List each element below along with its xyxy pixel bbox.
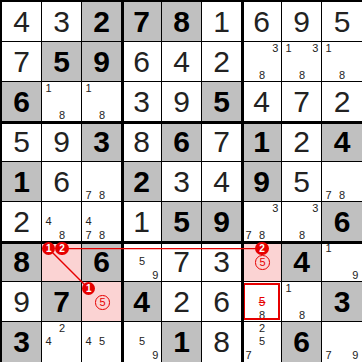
- cell-r3c8[interactable]: 7: [282, 82, 322, 122]
- cell-r1c7[interactable]: 6: [242, 2, 282, 42]
- cell-r2c4[interactable]: 6: [122, 42, 162, 82]
- given-digit: 6: [2, 82, 41, 121]
- candidate-1: 1: [282, 282, 295, 295]
- candidate-5: 5: [95, 335, 108, 348]
- solved-digit: 9: [282, 2, 321, 41]
- candidate-8: 8: [95, 189, 108, 202]
- cell-r3c6[interactable]: 5: [202, 82, 242, 122]
- solved-digit: 2: [322, 82, 362, 121]
- candidate-4: 4: [82, 335, 95, 348]
- cell-r1c6[interactable]: 1: [202, 2, 242, 42]
- candidate-7: 7: [322, 189, 335, 202]
- candidate-7: 7: [82, 189, 95, 202]
- cell-r9c2[interactable]: 24: [42, 322, 82, 362]
- solved-digit: 1: [202, 2, 241, 41]
- cell-r4c2[interactable]: 9: [42, 122, 82, 162]
- cell-r3c7[interactable]: 4: [242, 82, 282, 122]
- solved-digit: 7: [202, 122, 241, 161]
- solved-digit: 2: [202, 42, 241, 81]
- given-digit: 8: [162, 2, 201, 41]
- cell-r5c8[interactable]: 5: [282, 162, 322, 202]
- candidate-1: 1: [322, 42, 335, 55]
- solved-digit: 5: [322, 2, 362, 41]
- candidate-4: 4: [42, 215, 55, 228]
- solved-digit: 8: [122, 122, 161, 161]
- cell-r6c6[interactable]: 9: [202, 202, 242, 242]
- candidate-8: 8: [335, 69, 348, 82]
- cell-r2c8[interactable]: 138: [282, 42, 322, 82]
- given-digit: 6: [282, 322, 321, 362]
- given-digit: 6: [322, 202, 362, 241]
- cell-r7c2[interactable]: 12: [42, 242, 82, 282]
- cell-r9c4[interactable]: 59: [122, 322, 162, 362]
- cell-r5c2[interactable]: 6: [42, 162, 82, 202]
- cell-r3c9[interactable]: 2: [322, 82, 362, 122]
- cell-r8c4[interactable]: 4: [122, 282, 162, 322]
- solved-digit: 2: [282, 122, 321, 161]
- solved-digit: 7: [162, 242, 201, 281]
- cell-r5c3[interactable]: 78: [82, 162, 122, 202]
- given-digit: 3: [82, 122, 121, 161]
- cell-r5c5[interactable]: 3: [162, 162, 202, 202]
- cell-r2c1[interactable]: 7: [2, 42, 42, 82]
- candidate-5: 5: [135, 255, 148, 268]
- candidate-4: 4: [82, 215, 95, 228]
- candidate-2: 2: [255, 322, 268, 335]
- given-digit: 4: [122, 282, 161, 321]
- given-digit: 8: [2, 242, 41, 281]
- cell-r9c6[interactable]: 8: [202, 322, 242, 362]
- solved-digit: 2: [162, 282, 201, 321]
- candidate-1: 1: [82, 82, 95, 95]
- cell-r4c9[interactable]: 4: [322, 122, 362, 162]
- candidate-8: 8: [335, 189, 348, 202]
- solved-digit: 6: [42, 162, 81, 201]
- cell-r6c8[interactable]: 38: [282, 202, 322, 242]
- given-digit: 5: [42, 42, 81, 81]
- cell-r7c1[interactable]: 8: [2, 242, 42, 282]
- candidate-9: 9: [349, 349, 362, 362]
- sudoku-grid: 4327816957596423813818618183954725938671…: [2, 2, 362, 362]
- given-digit: 2: [122, 162, 161, 201]
- cell-r4c7[interactable]: 1: [242, 122, 282, 162]
- cell-r5c7[interactable]: 9: [242, 162, 282, 202]
- cell-r9c7[interactable]: 257: [242, 322, 282, 362]
- cell-r1c2[interactable]: 3: [42, 2, 82, 42]
- solved-digit: 5: [2, 122, 41, 161]
- cell-r1c4[interactable]: 7: [122, 2, 162, 42]
- cell-r2c2[interactable]: 5: [42, 42, 82, 82]
- cell-r2c6[interactable]: 2: [202, 42, 242, 82]
- sudoku-board: 4327816957596423813818618183954725938671…: [0, 0, 362, 362]
- cell-r4c6[interactable]: 7: [202, 122, 242, 162]
- cell-r6c2[interactable]: 48: [42, 202, 82, 242]
- given-digit: 9: [202, 202, 241, 241]
- cell-r9c9[interactable]: 79: [322, 322, 362, 362]
- cell-r8c5[interactable]: 2: [162, 282, 202, 322]
- given-digit: 3: [2, 322, 41, 362]
- cell-r7c4[interactable]: 59: [122, 242, 162, 282]
- candidate-3: 3: [309, 202, 322, 215]
- candidate-7: 7: [242, 349, 255, 362]
- cell-r3c3[interactable]: 18: [82, 82, 122, 122]
- candidate-2: 2: [55, 322, 68, 335]
- given-digit: 9: [82, 42, 121, 81]
- solved-digit: 1: [122, 202, 161, 241]
- chain-disc-candidate-1: 1: [82, 282, 95, 295]
- given-digit: 4: [282, 242, 321, 281]
- candidate-1: 1: [322, 242, 335, 255]
- cell-r8c3[interactable]: 15: [82, 282, 122, 322]
- solved-digit: 2: [2, 202, 41, 241]
- solved-digit: 4: [162, 42, 201, 81]
- cell-r3c4[interactable]: 3: [122, 82, 162, 122]
- box-divider-horizontal-top: [2, 121, 362, 124]
- solved-digit: 7: [2, 42, 41, 81]
- eliminated-candidate-5: 5: [255, 295, 268, 308]
- candidate-7: 7: [322, 349, 335, 362]
- cell-r8c6[interactable]: 6: [202, 282, 242, 322]
- candidate-1: 1: [282, 42, 295, 55]
- solved-digit: 9: [2, 282, 41, 321]
- candidate-9: 9: [349, 269, 362, 282]
- cell-r8c1[interactable]: 9: [2, 282, 42, 322]
- given-digit: 5: [162, 202, 201, 241]
- cell-r2c9[interactable]: 18: [322, 42, 362, 82]
- candidate-8: 8: [255, 69, 268, 82]
- solved-digit: 3: [162, 162, 201, 201]
- solved-digit: 4: [202, 162, 241, 201]
- cell-r9c1[interactable]: 3: [2, 322, 42, 362]
- solved-digit: 9: [162, 82, 201, 121]
- given-digit: 1: [162, 322, 201, 362]
- cell-r2c7[interactable]: 38: [242, 42, 282, 82]
- chain-disc-candidate-2: 2: [255, 242, 268, 255]
- chain-disc-candidate-1: 1: [42, 242, 55, 255]
- chain-circled-candidate-5: 5: [255, 255, 270, 270]
- cell-r4c1[interactable]: 5: [2, 122, 42, 162]
- given-digit: 7: [122, 2, 161, 41]
- cell-r9c8[interactable]: 6: [282, 322, 322, 362]
- cell-r7c7[interactable]: 25: [242, 242, 282, 282]
- chain-circled-candidate-5: 5: [95, 295, 110, 310]
- given-digit: 1: [2, 162, 41, 201]
- cell-r9c5[interactable]: 1: [162, 322, 202, 362]
- given-digit: 5: [202, 82, 241, 121]
- cell-r5c9[interactable]: 78: [322, 162, 362, 202]
- cell-r4c5[interactable]: 6: [162, 122, 202, 162]
- solved-digit: 4: [2, 2, 41, 41]
- cell-r7c3[interactable]: 6: [82, 242, 122, 282]
- cell-r1c1[interactable]: 4: [2, 2, 42, 42]
- cell-r1c8[interactable]: 9: [282, 2, 322, 42]
- candidate-9: 9: [149, 269, 162, 282]
- candidate-8: 8: [255, 309, 268, 322]
- given-digit: 4: [322, 122, 362, 161]
- cell-r4c4[interactable]: 8: [122, 122, 162, 162]
- cell-r7c5[interactable]: 7: [162, 242, 202, 282]
- candidate-1: 1: [42, 82, 55, 95]
- candidate-3: 3: [269, 202, 282, 215]
- cell-r3c2[interactable]: 18: [42, 82, 82, 122]
- cell-r6c1[interactable]: 2: [2, 202, 42, 242]
- cell-r5c1[interactable]: 1: [2, 162, 42, 202]
- cell-r7c8[interactable]: 4: [282, 242, 322, 282]
- given-digit: 3: [322, 282, 362, 321]
- cell-r3c5[interactable]: 9: [162, 82, 202, 122]
- solved-digit: 4: [242, 82, 281, 121]
- candidate-3: 3: [269, 42, 282, 55]
- solved-digit: 7: [282, 82, 321, 121]
- solved-digit: 6: [202, 282, 241, 321]
- cell-r6c5[interactable]: 5: [162, 202, 202, 242]
- solved-digit: 9: [42, 122, 81, 161]
- cell-r5c4[interactable]: 2: [122, 162, 162, 202]
- cell-r6c9[interactable]: 6: [322, 202, 362, 242]
- candidate-8: 8: [295, 69, 308, 82]
- chain-disc-candidate-2: 2: [55, 242, 68, 255]
- candidate-9: 9: [149, 349, 162, 362]
- candidate-4: 4: [42, 335, 55, 348]
- cell-r1c3[interactable]: 2: [82, 2, 122, 42]
- box-divider-vertical-right: [241, 2, 244, 362]
- cell-r6c3[interactable]: 478: [82, 202, 122, 242]
- solved-digit: 6: [122, 42, 161, 81]
- cell-r6c7[interactable]: 378: [242, 202, 282, 242]
- solved-digit: 8: [202, 322, 241, 362]
- solved-digit: 3: [122, 82, 161, 121]
- candidate-5: 5: [255, 335, 268, 348]
- cell-r7c6[interactable]: 3: [202, 242, 242, 282]
- solved-digit: 6: [242, 2, 281, 41]
- cell-r4c8[interactable]: 2: [282, 122, 322, 162]
- given-digit: 6: [82, 242, 121, 281]
- cell-r3c1[interactable]: 6: [2, 82, 42, 122]
- given-digit: 6: [162, 122, 201, 161]
- given-digit: 1: [242, 122, 281, 161]
- box-divider-vertical-left: [121, 2, 124, 362]
- cell-r8c8[interactable]: 18: [282, 282, 322, 322]
- candidate-3: 3: [309, 42, 322, 55]
- cell-r1c5[interactable]: 8: [162, 2, 202, 42]
- cell-r6c4[interactable]: 1: [122, 202, 162, 242]
- cell-r8c2[interactable]: 7: [42, 282, 82, 322]
- cell-r7c9[interactable]: 19: [322, 242, 362, 282]
- solved-digit: 3: [202, 242, 241, 281]
- given-digit: 7: [42, 282, 81, 321]
- candidate-8: 8: [295, 309, 308, 322]
- cell-r9c3[interactable]: 45: [82, 322, 122, 362]
- candidate-5: 5: [135, 335, 148, 348]
- cell-r8c7[interactable]: 58: [242, 282, 282, 322]
- solved-digit: 3: [42, 2, 81, 41]
- cell-r2c3[interactable]: 9: [82, 42, 122, 82]
- cell-r1c9[interactable]: 5: [322, 2, 362, 42]
- cell-r5c6[interactable]: 4: [202, 162, 242, 202]
- cell-r2c5[interactable]: 4: [162, 42, 202, 82]
- cell-r8c9[interactable]: 3: [322, 282, 362, 322]
- given-digit: 9: [242, 162, 281, 201]
- cell-r4c3[interactable]: 3: [82, 122, 122, 162]
- given-digit: 2: [82, 2, 121, 41]
- solved-digit: 5: [282, 162, 321, 201]
